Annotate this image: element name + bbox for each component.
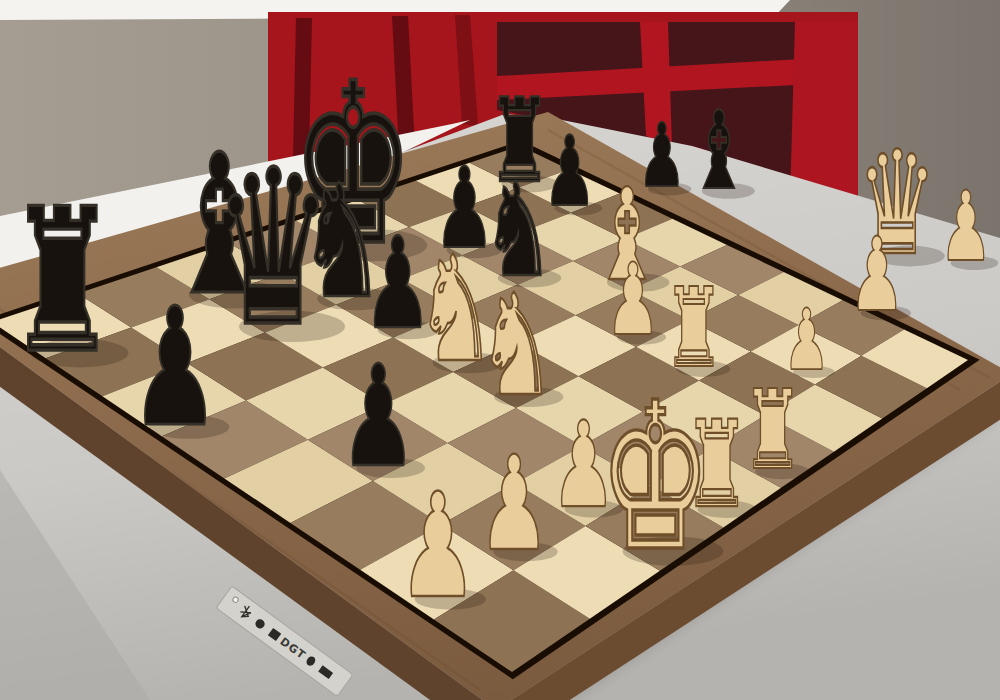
- piece-white-knight-d4[interactable]: ♞: [478, 264, 556, 428]
- captured-white-pawn[interactable]: ♟: [939, 171, 992, 283]
- piece-white-rook-e1[interactable]: ♜: [743, 367, 803, 493]
- piece-white-pawn-b2[interactable]: ♟: [478, 427, 550, 580]
- captured-black-bishop[interactable]: ♝: [689, 88, 748, 213]
- piece-white-king-c1[interactable]: ♚: [599, 359, 712, 596]
- chessboard-photo-scene: DGT ♜♟♝♟♚♟♛♟♞♝♝♞♟♛♟♟♜♞♜♟♞♟♟♜♟♜♚♟♟: [0, 0, 1000, 700]
- captured-white-pawn[interactable]: ♟: [849, 215, 905, 334]
- piece-black-pawn-a6[interactable]: ♟: [130, 272, 220, 462]
- piece-black-rook-a8[interactable]: ♜: [8, 166, 117, 397]
- scene-canvas: DGT ♜♟♝♟♚♟♛♟♞♝♝♞♟♛♟♟♜♞♜♟♞♟♟♜♟♜♚♟♟: [0, 0, 1000, 700]
- piece-black-queen-c7[interactable]: ♛: [214, 124, 333, 374]
- piece-white-pawn-a2[interactable]: ♟: [398, 463, 478, 630]
- piece-white-pawn-f4[interactable]: ♟: [605, 242, 660, 358]
